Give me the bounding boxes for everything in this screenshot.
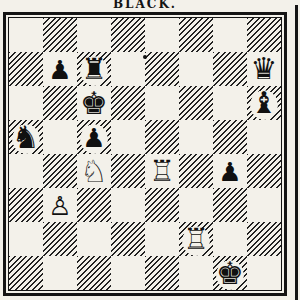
side-label-black: BLACK. <box>3 0 287 11</box>
square-h4 <box>247 154 281 188</box>
piece-black-bishop-h6: ♝ <box>247 86 281 120</box>
square-b8 <box>43 18 77 52</box>
square-h7: ♛ <box>247 52 281 86</box>
square-a4 <box>9 154 43 188</box>
square-g8 <box>213 18 247 52</box>
square-a8 <box>9 18 43 52</box>
square-d1 <box>111 256 145 290</box>
square-c4: ♘ <box>77 154 111 188</box>
square-g2 <box>213 222 247 256</box>
square-e6 <box>145 86 179 120</box>
square-c3 <box>77 188 111 222</box>
square-g4: ♟ <box>213 154 247 188</box>
square-e7 <box>145 52 179 86</box>
square-f1 <box>179 256 213 290</box>
square-g7 <box>213 52 247 86</box>
square-h1 <box>247 256 281 290</box>
square-b3: ♙ <box>43 188 77 222</box>
piece-black-rook-c7: ♜ <box>77 52 111 86</box>
square-f3 <box>179 188 213 222</box>
square-f4 <box>179 154 213 188</box>
square-b5 <box>43 120 77 154</box>
piece-black-pawn-c5: ♟ <box>77 120 111 154</box>
square-a3 <box>9 188 43 222</box>
piece-white-rook-e4: ♖ <box>145 154 179 188</box>
square-f5 <box>179 120 213 154</box>
ink-speck <box>143 55 147 59</box>
square-d2 <box>111 222 145 256</box>
piece-white-pawn-b3: ♙ <box>43 188 77 222</box>
square-f6 <box>179 86 213 120</box>
square-h6: ♝ <box>247 86 281 120</box>
square-e2 <box>145 222 179 256</box>
piece-black-queen-h7: ♛ <box>247 52 281 86</box>
square-b2 <box>43 222 77 256</box>
square-f2: ♖ <box>179 222 213 256</box>
square-g6 <box>213 86 247 120</box>
square-a7 <box>9 52 43 86</box>
square-a1 <box>9 256 43 290</box>
square-e5 <box>145 120 179 154</box>
piece-black-knight-a5: ♞ <box>9 120 43 154</box>
square-g3 <box>213 188 247 222</box>
square-b7: ♟ <box>43 52 77 86</box>
square-d7 <box>111 52 145 86</box>
piece-black-pawn-g4: ♟ <box>213 154 247 188</box>
square-e3 <box>145 188 179 222</box>
square-c5: ♟ <box>77 120 111 154</box>
square-c8 <box>77 18 111 52</box>
square-h5 <box>247 120 281 154</box>
piece-black-pawn-b7: ♟ <box>43 52 77 86</box>
square-a6 <box>9 86 43 120</box>
square-d3 <box>111 188 145 222</box>
square-g5 <box>213 120 247 154</box>
square-e8 <box>145 18 179 52</box>
newspaper-column-rule <box>295 5 298 300</box>
square-e1 <box>145 256 179 290</box>
square-c7: ♜ <box>77 52 111 86</box>
square-d8 <box>111 18 145 52</box>
square-f7 <box>179 52 213 86</box>
square-f8 <box>179 18 213 52</box>
piece-white-king-g1: ♚ <box>213 256 247 290</box>
square-d4 <box>111 154 145 188</box>
square-e4: ♖ <box>145 154 179 188</box>
square-h8 <box>247 18 281 52</box>
square-d6 <box>111 86 145 120</box>
square-d5 <box>111 120 145 154</box>
square-g1: ♚ <box>213 256 247 290</box>
piece-white-rook-f2: ♖ <box>179 222 213 256</box>
square-b1 <box>43 256 77 290</box>
square-h2 <box>247 222 281 256</box>
square-c2 <box>77 222 111 256</box>
square-a5: ♞ <box>9 120 43 154</box>
newspaper-chess-diagram: BLACK. ♟♜♛♚♝♞♟♘♖♟♙♖♚ <box>0 0 300 300</box>
square-c1 <box>77 256 111 290</box>
square-h3 <box>247 188 281 222</box>
piece-black-king-c6: ♚ <box>77 86 111 120</box>
square-b4 <box>43 154 77 188</box>
square-c6: ♚ <box>77 86 111 120</box>
square-a2 <box>9 222 43 256</box>
square-b6 <box>43 86 77 120</box>
piece-white-knight-c4: ♘ <box>77 154 111 188</box>
